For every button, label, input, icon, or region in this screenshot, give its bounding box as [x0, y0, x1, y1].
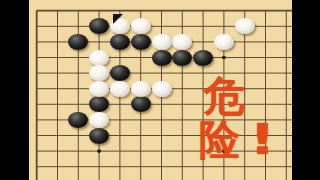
white-stone[interactable] — [89, 112, 109, 128]
white-stone[interactable] — [152, 34, 172, 50]
video-frame: { "game": "go", "scene": { "letterbox_co… — [0, 0, 320, 180]
danger-text-line2: 险 — [199, 120, 240, 161]
white-stone[interactable] — [235, 18, 255, 34]
black-stone[interactable] — [110, 65, 130, 81]
black-stone[interactable] — [193, 50, 213, 66]
white-stone[interactable] — [152, 81, 172, 97]
white-stone[interactable] — [89, 81, 109, 97]
black-stone[interactable] — [131, 34, 151, 50]
black-stone[interactable] — [131, 96, 151, 112]
letterbox-right-bar — [292, 0, 320, 180]
white-stone[interactable] — [110, 81, 130, 97]
danger-text-line1: 危 — [204, 76, 245, 117]
black-stone[interactable] — [152, 50, 172, 66]
black-stone[interactable] — [89, 128, 109, 144]
white-stone[interactable] — [214, 34, 234, 50]
triangle-marker-icon — [113, 14, 123, 24]
black-stone[interactable] — [172, 50, 192, 66]
black-stone[interactable] — [110, 34, 130, 50]
white-stone[interactable] — [131, 81, 151, 97]
danger-exclamation: ! — [249, 119, 276, 161]
white-stone[interactable] — [89, 50, 109, 66]
star-point — [97, 149, 101, 153]
star-point — [222, 56, 226, 60]
letterbox-left-bar — [0, 0, 29, 180]
white-stone[interactable] — [131, 18, 151, 34]
